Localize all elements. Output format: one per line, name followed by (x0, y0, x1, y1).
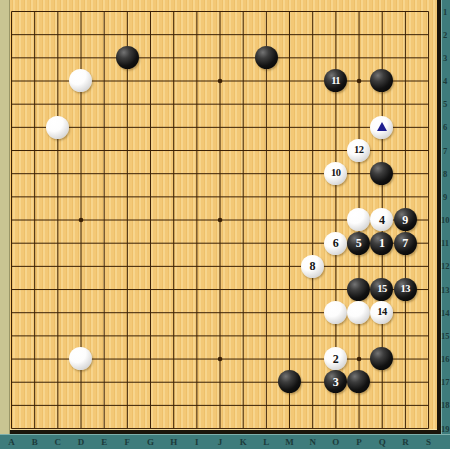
board-cell-R15[interactable] (394, 324, 417, 347)
board-cell-R11[interactable]: 7 (394, 231, 417, 254)
board-cell-J8[interactable] (208, 162, 231, 185)
board-cell-E10[interactable] (93, 208, 116, 231)
board-cell-J9[interactable] (208, 185, 231, 208)
board-cell-O1[interactable] (324, 0, 347, 23)
board-cell-N4[interactable] (301, 69, 324, 92)
board-cell-F3[interactable] (116, 46, 139, 69)
board-cell-F13[interactable] (116, 278, 139, 301)
board-cell-O10[interactable] (324, 208, 347, 231)
board-cell-F11[interactable] (116, 231, 139, 254)
board-cell-E8[interactable] (93, 162, 116, 185)
board-cell-J11[interactable] (208, 231, 231, 254)
board-cell-A4[interactable] (0, 69, 23, 92)
board-cell-R3[interactable] (394, 46, 417, 69)
board-cell-C4[interactable] (46, 69, 69, 92)
board-cell-P1[interactable] (347, 0, 370, 23)
board-cell-M16[interactable] (278, 347, 301, 370)
board-cell-O12[interactable] (324, 255, 347, 278)
board-cell-D11[interactable] (69, 231, 92, 254)
board-cell-D5[interactable] (69, 93, 92, 116)
board-cell-M12[interactable] (278, 255, 301, 278)
board-cell-L10[interactable] (255, 208, 278, 231)
board-cell-E4[interactable] (93, 69, 116, 92)
board-cell-F7[interactable] (116, 139, 139, 162)
board-cell-R17[interactable] (394, 370, 417, 393)
board-cell-N14[interactable] (301, 301, 324, 324)
board-cell-B11[interactable] (23, 231, 46, 254)
board-cell-R8[interactable] (394, 162, 417, 185)
board-cell-B6[interactable] (23, 116, 46, 139)
board-cell-F17[interactable] (116, 370, 139, 393)
board-cell-D9[interactable] (69, 185, 92, 208)
board-cell-J12[interactable] (208, 255, 231, 278)
board-cell-G16[interactable] (139, 347, 162, 370)
board-cell-M15[interactable] (278, 324, 301, 347)
board-cell-S12[interactable] (417, 255, 440, 278)
board-cell-F18[interactable] (116, 394, 139, 417)
board-cell-Q4[interactable] (370, 69, 393, 92)
board-cell-N13[interactable] (301, 278, 324, 301)
board-cell-L17[interactable] (255, 370, 278, 393)
board-cell-E18[interactable] (93, 394, 116, 417)
board-cell-M9[interactable] (278, 185, 301, 208)
board-cell-A2[interactable] (0, 23, 23, 46)
board-cell-G10[interactable] (139, 208, 162, 231)
board-cell-G13[interactable] (139, 278, 162, 301)
board-cell-I17[interactable] (185, 370, 208, 393)
board-cell-A16[interactable] (0, 347, 23, 370)
board-cell-O4[interactable]: 11 (324, 69, 347, 92)
board-cell-N15[interactable] (301, 324, 324, 347)
board-cell-F14[interactable] (116, 301, 139, 324)
board-cell-E14[interactable] (93, 301, 116, 324)
board-cell-L5[interactable] (255, 93, 278, 116)
board-cell-J4[interactable] (208, 69, 231, 92)
board-cell-G11[interactable] (139, 231, 162, 254)
board-cell-E5[interactable] (93, 93, 116, 116)
board-cell-D8[interactable] (69, 162, 92, 185)
board-cell-A5[interactable] (0, 93, 23, 116)
board-cell-D1[interactable] (69, 0, 92, 23)
board-cell-M6[interactable] (278, 116, 301, 139)
board-cell-I2[interactable] (185, 23, 208, 46)
board-cell-K4[interactable] (231, 69, 254, 92)
board-cell-C17[interactable] (46, 370, 69, 393)
board-cell-M1[interactable] (278, 0, 301, 23)
board-cell-H1[interactable] (162, 0, 185, 23)
board-cell-O5[interactable] (324, 93, 347, 116)
board-cell-K16[interactable] (231, 347, 254, 370)
board-cell-O16[interactable]: 2 (324, 347, 347, 370)
board-cell-K10[interactable] (231, 208, 254, 231)
board-cell-R9[interactable] (394, 185, 417, 208)
board-cell-Q2[interactable] (370, 23, 393, 46)
board-cell-I4[interactable] (185, 69, 208, 92)
board-cell-D18[interactable] (69, 394, 92, 417)
board-cell-P6[interactable] (347, 116, 370, 139)
board-cell-B16[interactable] (23, 347, 46, 370)
board-cell-G2[interactable] (139, 23, 162, 46)
board-cell-E12[interactable] (93, 255, 116, 278)
board-cell-L16[interactable] (255, 347, 278, 370)
board-cell-N10[interactable] (301, 208, 324, 231)
board-cell-R6[interactable] (394, 116, 417, 139)
board-cell-C9[interactable] (46, 185, 69, 208)
board-cell-B4[interactable] (23, 69, 46, 92)
board-cell-C18[interactable] (46, 394, 69, 417)
board-cell-D6[interactable] (69, 116, 92, 139)
board-cell-A15[interactable] (0, 324, 23, 347)
board-cell-C13[interactable] (46, 278, 69, 301)
board-cell-K11[interactable] (231, 231, 254, 254)
board-cell-A11[interactable] (0, 231, 23, 254)
board-cell-R13[interactable]: 13 (394, 278, 417, 301)
board-cell-N6[interactable] (301, 116, 324, 139)
board-cell-S6[interactable] (417, 116, 440, 139)
board-cell-R18[interactable] (394, 394, 417, 417)
board-cell-J2[interactable] (208, 23, 231, 46)
board-cell-C14[interactable] (46, 301, 69, 324)
board-cell-J6[interactable] (208, 116, 231, 139)
board-cell-K3[interactable] (231, 46, 254, 69)
board-cell-P5[interactable] (347, 93, 370, 116)
board-cell-G6[interactable] (139, 116, 162, 139)
board-cell-Q15[interactable] (370, 324, 393, 347)
board-cell-P9[interactable] (347, 185, 370, 208)
board-cell-R2[interactable] (394, 23, 417, 46)
board-cell-A10[interactable] (0, 208, 23, 231)
board-cell-O14[interactable] (324, 301, 347, 324)
board-cell-E9[interactable] (93, 185, 116, 208)
board-cell-F1[interactable] (116, 0, 139, 23)
board-cell-P10[interactable] (347, 208, 370, 231)
board-cell-L14[interactable] (255, 301, 278, 324)
board-cell-N8[interactable] (301, 162, 324, 185)
board-cell-J13[interactable] (208, 278, 231, 301)
board-cell-O2[interactable] (324, 23, 347, 46)
board-cell-L7[interactable] (255, 139, 278, 162)
board-cell-A3[interactable] (0, 46, 23, 69)
board-cell-S9[interactable] (417, 185, 440, 208)
board-cell-N11[interactable] (301, 231, 324, 254)
board-cell-S2[interactable] (417, 23, 440, 46)
board-cell-H9[interactable] (162, 185, 185, 208)
board-cell-J16[interactable] (208, 347, 231, 370)
board-cell-B17[interactable] (23, 370, 46, 393)
board-cell-S15[interactable] (417, 324, 440, 347)
board-cell-D10[interactable] (69, 208, 92, 231)
board-cell-H16[interactable] (162, 347, 185, 370)
board-cell-F16[interactable] (116, 347, 139, 370)
board-cell-M4[interactable] (278, 69, 301, 92)
board-cell-L1[interactable] (255, 0, 278, 23)
board-cell-J3[interactable] (208, 46, 231, 69)
board-cell-E1[interactable] (93, 0, 116, 23)
board-cell-L3[interactable] (255, 46, 278, 69)
board-cell-S13[interactable] (417, 278, 440, 301)
board-cell-I9[interactable] (185, 185, 208, 208)
board-cell-F8[interactable] (116, 162, 139, 185)
board-cell-G14[interactable] (139, 301, 162, 324)
board-cell-G9[interactable] (139, 185, 162, 208)
board-cell-R1[interactable] (394, 0, 417, 23)
board-cell-G7[interactable] (139, 139, 162, 162)
board-cell-G12[interactable] (139, 255, 162, 278)
board-cell-I10[interactable] (185, 208, 208, 231)
board-cell-I11[interactable] (185, 231, 208, 254)
board-cell-F4[interactable] (116, 69, 139, 92)
board-cell-C5[interactable] (46, 93, 69, 116)
board-cell-P14[interactable] (347, 301, 370, 324)
board-cell-O6[interactable] (324, 116, 347, 139)
board-cell-E17[interactable] (93, 370, 116, 393)
board-cell-N2[interactable] (301, 23, 324, 46)
board-cell-P18[interactable] (347, 394, 370, 417)
board-cell-K15[interactable] (231, 324, 254, 347)
board-cell-S10[interactable] (417, 208, 440, 231)
board-cell-D14[interactable] (69, 301, 92, 324)
board-cell-D16[interactable] (69, 347, 92, 370)
board-cell-R14[interactable] (394, 301, 417, 324)
board-cell-Q3[interactable] (370, 46, 393, 69)
board-cell-H3[interactable] (162, 46, 185, 69)
board-cell-N5[interactable] (301, 93, 324, 116)
board-cell-P15[interactable] (347, 324, 370, 347)
board-cell-K7[interactable] (231, 139, 254, 162)
board-cell-Q9[interactable] (370, 185, 393, 208)
board-cell-H13[interactable] (162, 278, 185, 301)
board-cell-E16[interactable] (93, 347, 116, 370)
board-cell-K18[interactable] (231, 394, 254, 417)
board-cell-E11[interactable] (93, 231, 116, 254)
board-cell-D3[interactable] (69, 46, 92, 69)
board-cell-Q12[interactable] (370, 255, 393, 278)
board-cell-N16[interactable] (301, 347, 324, 370)
board-cell-S4[interactable] (417, 69, 440, 92)
board-cell-H17[interactable] (162, 370, 185, 393)
board-cell-Q5[interactable] (370, 93, 393, 116)
board-cell-M14[interactable] (278, 301, 301, 324)
board-cell-L11[interactable] (255, 231, 278, 254)
board-cell-F9[interactable] (116, 185, 139, 208)
board-cell-O8[interactable]: 10 (324, 162, 347, 185)
board-cell-L18[interactable] (255, 394, 278, 417)
board-cell-Q8[interactable] (370, 162, 393, 185)
board-cell-O3[interactable] (324, 46, 347, 69)
board-cell-B18[interactable] (23, 394, 46, 417)
board-cell-B15[interactable] (23, 324, 46, 347)
board-cell-L8[interactable] (255, 162, 278, 185)
board-cell-F6[interactable] (116, 116, 139, 139)
board-cell-N3[interactable] (301, 46, 324, 69)
board-cell-P8[interactable] (347, 162, 370, 185)
board-cell-N7[interactable] (301, 139, 324, 162)
board-cell-M7[interactable] (278, 139, 301, 162)
board-cell-C15[interactable] (46, 324, 69, 347)
board-cell-C3[interactable] (46, 46, 69, 69)
board-cell-B13[interactable] (23, 278, 46, 301)
board-cell-I14[interactable] (185, 301, 208, 324)
board-cell-L2[interactable] (255, 23, 278, 46)
board-cell-C16[interactable] (46, 347, 69, 370)
board-cell-A13[interactable] (0, 278, 23, 301)
board-cell-A12[interactable] (0, 255, 23, 278)
board-cell-I13[interactable] (185, 278, 208, 301)
board-cell-F15[interactable] (116, 324, 139, 347)
board-cell-J15[interactable] (208, 324, 231, 347)
board-cell-M10[interactable] (278, 208, 301, 231)
board-cell-I8[interactable] (185, 162, 208, 185)
board-cell-R16[interactable] (394, 347, 417, 370)
board-cell-Q1[interactable] (370, 0, 393, 23)
board-cell-E6[interactable] (93, 116, 116, 139)
board-cell-H15[interactable] (162, 324, 185, 347)
board-cell-D12[interactable] (69, 255, 92, 278)
board-cell-Q14[interactable]: 14 (370, 301, 393, 324)
board-cell-P4[interactable] (347, 69, 370, 92)
board-cell-P3[interactable] (347, 46, 370, 69)
board-cell-D2[interactable] (69, 23, 92, 46)
board-cell-I7[interactable] (185, 139, 208, 162)
board-cell-H12[interactable] (162, 255, 185, 278)
board-cell-K12[interactable] (231, 255, 254, 278)
board-cell-P12[interactable] (347, 255, 370, 278)
board-cell-E3[interactable] (93, 46, 116, 69)
board-cell-S5[interactable] (417, 93, 440, 116)
board-cell-C6[interactable] (46, 116, 69, 139)
board-cell-I12[interactable] (185, 255, 208, 278)
board-cell-N12[interactable]: 8 (301, 255, 324, 278)
board-cell-M2[interactable] (278, 23, 301, 46)
board-cell-M11[interactable] (278, 231, 301, 254)
board-cell-S11[interactable] (417, 231, 440, 254)
board-cell-S17[interactable] (417, 370, 440, 393)
board-cell-C11[interactable] (46, 231, 69, 254)
board-cell-P7[interactable]: 12 (347, 139, 370, 162)
board-cell-M5[interactable] (278, 93, 301, 116)
board-cell-E7[interactable] (93, 139, 116, 162)
board-cell-B3[interactable] (23, 46, 46, 69)
board-cell-L13[interactable] (255, 278, 278, 301)
board-cell-G17[interactable] (139, 370, 162, 393)
board-cell-Q18[interactable] (370, 394, 393, 417)
board-cell-K2[interactable] (231, 23, 254, 46)
board-cell-F12[interactable] (116, 255, 139, 278)
board-cell-H14[interactable] (162, 301, 185, 324)
board-cell-D15[interactable] (69, 324, 92, 347)
board-cell-J14[interactable] (208, 301, 231, 324)
board-cell-R4[interactable] (394, 69, 417, 92)
board-cell-J7[interactable] (208, 139, 231, 162)
board-cell-H5[interactable] (162, 93, 185, 116)
board-cell-H11[interactable] (162, 231, 185, 254)
board-cell-I5[interactable] (185, 93, 208, 116)
board-cell-R7[interactable] (394, 139, 417, 162)
board-cell-C10[interactable] (46, 208, 69, 231)
board-cell-O17[interactable]: 3 (324, 370, 347, 393)
board-cell-S1[interactable] (417, 0, 440, 23)
board-cell-B9[interactable] (23, 185, 46, 208)
board-cell-K9[interactable] (231, 185, 254, 208)
board-cell-P16[interactable] (347, 347, 370, 370)
board-cell-H10[interactable] (162, 208, 185, 231)
board-cell-A6[interactable] (0, 116, 23, 139)
board-cell-O11[interactable]: 6 (324, 231, 347, 254)
board-cell-P2[interactable] (347, 23, 370, 46)
board-cell-L12[interactable] (255, 255, 278, 278)
board-cell-K14[interactable] (231, 301, 254, 324)
board-cell-E13[interactable] (93, 278, 116, 301)
board-cell-I1[interactable] (185, 0, 208, 23)
board-cell-B12[interactable] (23, 255, 46, 278)
board-cell-G5[interactable] (139, 93, 162, 116)
board-cell-C12[interactable] (46, 255, 69, 278)
board-cell-F5[interactable] (116, 93, 139, 116)
board-cell-C2[interactable] (46, 23, 69, 46)
board-cell-S16[interactable] (417, 347, 440, 370)
board-cell-G15[interactable] (139, 324, 162, 347)
board-cell-N17[interactable] (301, 370, 324, 393)
board-cell-A7[interactable] (0, 139, 23, 162)
board-cell-I6[interactable] (185, 116, 208, 139)
board-cell-M8[interactable] (278, 162, 301, 185)
board-cell-I3[interactable] (185, 46, 208, 69)
board-cell-A17[interactable] (0, 370, 23, 393)
board-cell-B8[interactable] (23, 162, 46, 185)
board-cell-R10[interactable]: 9 (394, 208, 417, 231)
board-cell-S14[interactable] (417, 301, 440, 324)
board-cell-H6[interactable] (162, 116, 185, 139)
board-cell-S8[interactable] (417, 162, 440, 185)
board-cell-P11[interactable]: 5 (347, 231, 370, 254)
board-cell-G8[interactable] (139, 162, 162, 185)
board-cell-O13[interactable] (324, 278, 347, 301)
board-cell-B10[interactable] (23, 208, 46, 231)
board-cell-J10[interactable] (208, 208, 231, 231)
board-cell-D7[interactable] (69, 139, 92, 162)
board-cell-K6[interactable] (231, 116, 254, 139)
board-cell-M3[interactable] (278, 46, 301, 69)
board-cell-B5[interactable] (23, 93, 46, 116)
board-cell-M13[interactable] (278, 278, 301, 301)
board-cell-I15[interactable] (185, 324, 208, 347)
board-cell-Q13[interactable]: 15 (370, 278, 393, 301)
board-cell-B2[interactable] (23, 23, 46, 46)
board-cell-G3[interactable] (139, 46, 162, 69)
board-cell-M17[interactable] (278, 370, 301, 393)
board-cell-N18[interactable] (301, 394, 324, 417)
board-cell-Q7[interactable] (370, 139, 393, 162)
board-cell-K1[interactable] (231, 0, 254, 23)
board-cell-F2[interactable] (116, 23, 139, 46)
board-cell-B7[interactable] (23, 139, 46, 162)
board-cell-S18[interactable] (417, 394, 440, 417)
board-cell-F10[interactable] (116, 208, 139, 231)
board-cell-E2[interactable] (93, 23, 116, 46)
board-cell-J1[interactable] (208, 0, 231, 23)
board-cell-D17[interactable] (69, 370, 92, 393)
board-cell-O18[interactable] (324, 394, 347, 417)
board-cell-R12[interactable] (394, 255, 417, 278)
board-cell-N9[interactable] (301, 185, 324, 208)
board-cell-H2[interactable] (162, 23, 185, 46)
board-cell-B1[interactable] (23, 0, 46, 23)
board-cell-N1[interactable] (301, 0, 324, 23)
board-cell-D13[interactable] (69, 278, 92, 301)
board-cell-S7[interactable] (417, 139, 440, 162)
board-cell-S3[interactable] (417, 46, 440, 69)
board-cell-H4[interactable] (162, 69, 185, 92)
